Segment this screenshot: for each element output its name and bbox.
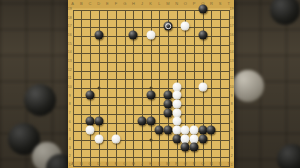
row-label: 11: [230, 78, 234, 82]
column-label: S: [219, 2, 222, 6]
row-label: 16: [68, 34, 72, 38]
black-stone-M8: [164, 100, 173, 109]
column-label: P: [193, 2, 196, 6]
column-label: G: [123, 2, 126, 6]
row-label: 10: [68, 86, 72, 90]
column-label: D: [97, 2, 100, 6]
white-stone-Q10: [198, 82, 207, 91]
column-label: B: [80, 162, 83, 166]
column-label: F: [115, 2, 117, 6]
grid-line: [159, 10, 160, 167]
grid-line: [73, 166, 230, 167]
column-label: R: [210, 162, 213, 166]
go-app-screen: AABBCCDDEEFFGGHHJJKKLLMMNNOOPPQQRRSSTT19…: [0, 0, 300, 168]
column-label: J: [141, 2, 143, 6]
column-label: G: [123, 162, 126, 166]
white-stone-O17: [181, 22, 190, 31]
row-label: 15: [68, 43, 72, 47]
column-label: O: [184, 162, 187, 166]
row-label: 4: [231, 138, 233, 142]
black-stone-J6: [138, 117, 147, 126]
white-stone-O5: [181, 126, 190, 135]
black-stone-D6: [94, 117, 103, 126]
white-stone-N5: [172, 126, 181, 135]
column-label: H: [132, 162, 135, 166]
row-label: 6: [69, 121, 71, 125]
column-label: T: [227, 162, 229, 166]
row-label: 18: [230, 17, 234, 21]
row-label: 11: [68, 78, 72, 82]
row-label: 16: [230, 34, 234, 38]
black-stone-D16: [94, 30, 103, 39]
column-label: O: [184, 2, 187, 6]
column-label: K: [149, 162, 152, 166]
white-stone-N8: [172, 100, 181, 109]
column-label: D: [97, 162, 100, 166]
column-label: S: [219, 162, 222, 166]
go-board[interactable]: AABBCCDDEEFFGGHHJJKKLLMMNNOOPPQQRRSSTT19…: [68, 0, 235, 168]
black-stone-O3: [181, 143, 190, 152]
black-stone-N4: [172, 134, 181, 143]
row-label: 7: [231, 112, 233, 116]
star-point: [149, 139, 152, 142]
column-label: J: [141, 162, 143, 166]
black-stone-Q19: [198, 4, 207, 13]
column-label: E: [106, 162, 109, 166]
black-stone-K9: [146, 91, 155, 100]
row-label: 5: [69, 130, 71, 134]
row-label: 19: [230, 8, 234, 12]
black-stone-Q5: [198, 126, 207, 135]
white-stone-D4: [94, 134, 103, 143]
row-label: 6: [231, 121, 233, 125]
column-label: N: [175, 2, 178, 6]
column-label: A: [71, 2, 74, 6]
black-stone-H16: [129, 30, 138, 39]
row-label: 17: [68, 26, 72, 30]
black-stone-C9: [86, 91, 95, 100]
row-label: 12: [230, 69, 234, 73]
row-label: 13: [230, 60, 234, 64]
white-stone-N9: [172, 91, 181, 100]
black-stone-R5: [207, 126, 216, 135]
column-label: B: [80, 2, 83, 6]
blurred-background-left: [0, 0, 68, 168]
white-stone-K16: [146, 30, 155, 39]
row-label: 2: [69, 156, 71, 160]
column-label: H: [132, 2, 135, 6]
column-label: E: [106, 2, 109, 6]
row-label: 9: [231, 95, 233, 99]
row-label: 9: [69, 95, 71, 99]
column-label: N: [175, 162, 178, 166]
row-label: 5: [231, 130, 233, 134]
grid-line: [73, 105, 230, 106]
grid-line: [211, 10, 212, 167]
row-label: 8: [69, 104, 71, 108]
row-label: 17: [230, 26, 234, 30]
row-label: 19: [68, 8, 72, 12]
grid-line: [73, 149, 230, 150]
column-label: K: [149, 2, 152, 6]
white-stone-N7: [172, 108, 181, 117]
row-label: 12: [68, 69, 72, 73]
black-stone-K6: [146, 117, 155, 126]
column-label: M: [166, 2, 169, 6]
row-label: 10: [230, 86, 234, 90]
column-label: Q: [201, 162, 204, 166]
black-stone-M7: [164, 108, 173, 117]
column-label: L: [158, 162, 160, 166]
black-stone-L5: [155, 126, 164, 135]
white-stone-N6: [172, 117, 181, 126]
blurred-background-right: [234, 0, 300, 168]
column-label: M: [166, 162, 169, 166]
black-stone-Q16: [198, 30, 207, 39]
column-label: A: [71, 162, 74, 166]
column-label: P: [193, 162, 196, 166]
star-point: [149, 87, 152, 90]
white-stone-P4: [190, 134, 199, 143]
black-stone-M5: [164, 126, 173, 135]
column-label: C: [89, 2, 92, 6]
column-label: T: [227, 2, 229, 6]
black-stone-Q4: [198, 134, 207, 143]
row-label: 2: [231, 156, 233, 160]
white-stone-C5: [86, 126, 95, 135]
row-label: 18: [68, 17, 72, 21]
row-label: 1: [231, 164, 233, 168]
grid-line: [168, 10, 169, 167]
column-label: R: [210, 2, 213, 6]
white-stone-F4: [112, 134, 121, 143]
black-stone-P3: [190, 143, 199, 152]
grid-line: [73, 114, 230, 115]
star-point: [97, 87, 100, 90]
row-label: 15: [230, 43, 234, 47]
column-label: F: [115, 162, 117, 166]
row-label: 1: [69, 164, 71, 168]
row-label: 14: [230, 52, 234, 56]
white-stone-O4: [181, 134, 190, 143]
grid-line: [220, 10, 221, 167]
black-stone-M9: [164, 91, 173, 100]
column-label: L: [158, 2, 160, 6]
row-label: 3: [69, 147, 71, 151]
white-stone-P5: [190, 126, 199, 135]
row-label: 14: [68, 52, 72, 56]
grid-line: [73, 157, 230, 158]
row-label: 4: [69, 138, 71, 142]
black-stone-C6: [86, 117, 95, 126]
row-label: 7: [69, 112, 71, 116]
last-move-marker: [165, 23, 171, 29]
row-label: 3: [231, 147, 233, 151]
row-label: 8: [231, 104, 233, 108]
column-label: C: [89, 162, 92, 166]
white-stone-N10: [172, 82, 181, 91]
row-label: 13: [68, 60, 72, 64]
